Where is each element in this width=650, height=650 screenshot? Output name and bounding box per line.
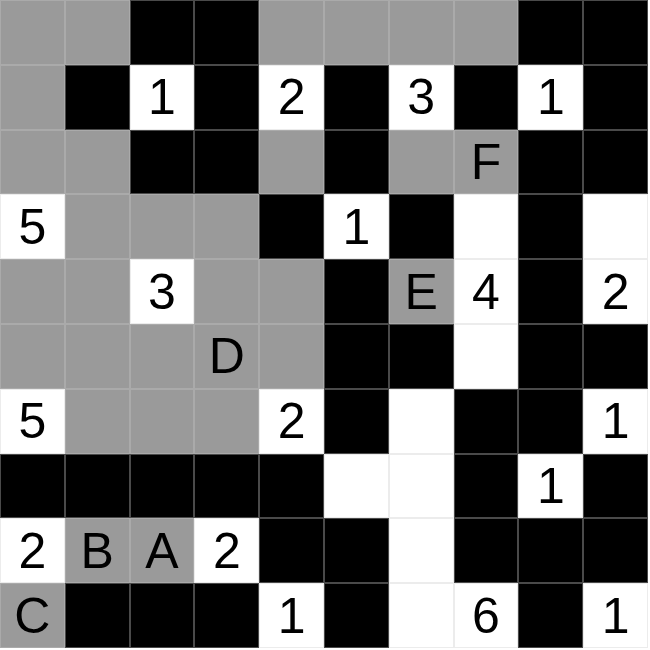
cell-r3-c0[interactable]: 5 (0, 194, 65, 259)
number-clue-label: 1 (537, 72, 565, 122)
number-clue-label: 2 (18, 526, 46, 576)
cell-r2-c8[interactable] (518, 130, 583, 195)
cell-r3-c2[interactable] (130, 194, 195, 259)
cell-r1-c7[interactable] (454, 65, 519, 130)
cell-r2-c3[interactable] (194, 130, 259, 195)
cell-r1-c3[interactable] (194, 65, 259, 130)
cell-r8-c9[interactable] (583, 518, 648, 583)
cell-r6-c9[interactable]: 1 (583, 389, 648, 454)
cell-r0-c2[interactable] (130, 0, 195, 65)
cell-r0-c5[interactable] (324, 0, 389, 65)
cell-r0-c4[interactable] (259, 0, 324, 65)
cell-r8-c4[interactable] (259, 518, 324, 583)
cell-r3-c8[interactable] (518, 194, 583, 259)
cell-r5-c4[interactable] (259, 324, 324, 389)
cell-r8-c2[interactable]: A (130, 518, 195, 583)
number-clue-label: 6 (472, 591, 500, 641)
cell-r8-c0[interactable]: 2 (0, 518, 65, 583)
letter-label: A (145, 526, 178, 576)
puzzle-board: 1231F513E42D52112BA2C161 (0, 0, 650, 650)
cell-r2-c4[interactable] (259, 130, 324, 195)
number-clue-label: 5 (18, 202, 46, 252)
cell-r4-c4[interactable] (259, 259, 324, 324)
cell-r7-c6[interactable] (389, 454, 454, 519)
cell-r6-c8[interactable] (518, 389, 583, 454)
number-clue-label: 3 (148, 267, 176, 317)
cell-r9-c8[interactable] (518, 583, 583, 648)
cell-r6-c0[interactable]: 5 (0, 389, 65, 454)
letter-label: F (471, 137, 502, 187)
cell-r9-c9[interactable]: 1 (583, 583, 648, 648)
cell-r1-c2[interactable]: 1 (130, 65, 195, 130)
letter-label: D (209, 331, 245, 381)
cell-r6-c7[interactable] (454, 389, 519, 454)
letter-label: C (14, 591, 50, 641)
cell-r6-c3[interactable] (194, 389, 259, 454)
cell-r3-c1[interactable] (65, 194, 130, 259)
cell-r1-c1[interactable] (65, 65, 130, 130)
cell-r7-c3[interactable] (194, 454, 259, 519)
cell-r9-c4[interactable]: 1 (259, 583, 324, 648)
cell-r9-c5[interactable] (324, 583, 389, 648)
cell-r5-c3[interactable]: D (194, 324, 259, 389)
number-clue-label: 1 (342, 202, 370, 252)
cell-r3-c9[interactable] (583, 194, 648, 259)
cell-r0-c6[interactable] (389, 0, 454, 65)
cell-r1-c4[interactable]: 2 (259, 65, 324, 130)
cell-r0-c0[interactable] (0, 0, 65, 65)
cell-r2-c9[interactable] (583, 130, 648, 195)
cell-r6-c5[interactable] (324, 389, 389, 454)
cell-r4-c5[interactable] (324, 259, 389, 324)
cell-r4-c3[interactable] (194, 259, 259, 324)
cell-r8-c1[interactable]: B (65, 518, 130, 583)
cell-r1-c0[interactable] (0, 65, 65, 130)
number-clue-label: 1 (602, 396, 630, 446)
cell-r8-c7[interactable] (454, 518, 519, 583)
cell-r5-c1[interactable] (65, 324, 130, 389)
cell-r2-c7[interactable]: F (454, 130, 519, 195)
cell-r8-c6[interactable] (389, 518, 454, 583)
cell-r4-c2[interactable]: 3 (130, 259, 195, 324)
cell-r3-c3[interactable] (194, 194, 259, 259)
cell-r5-c9[interactable] (583, 324, 648, 389)
cell-r6-c2[interactable] (130, 389, 195, 454)
letter-label: B (81, 526, 114, 576)
cell-r3-c4[interactable] (259, 194, 324, 259)
number-clue-label: 4 (472, 267, 500, 317)
cell-r6-c4[interactable]: 2 (259, 389, 324, 454)
number-clue-label: 1 (278, 591, 306, 641)
cell-r1-c5[interactable] (324, 65, 389, 130)
cell-r7-c5[interactable] (324, 454, 389, 519)
cell-r8-c5[interactable] (324, 518, 389, 583)
cell-r4-c7[interactable]: 4 (454, 259, 519, 324)
cell-r9-c7[interactable]: 6 (454, 583, 519, 648)
cell-r7-c7[interactable] (454, 454, 519, 519)
cell-r4-c8[interactable] (518, 259, 583, 324)
cell-r4-c1[interactable] (65, 259, 130, 324)
number-clue-label: 2 (278, 72, 306, 122)
cell-r7-c9[interactable] (583, 454, 648, 519)
cell-r5-c5[interactable] (324, 324, 389, 389)
cell-r0-c3[interactable] (194, 0, 259, 65)
cell-r7-c8[interactable]: 1 (518, 454, 583, 519)
cell-r8-c8[interactable] (518, 518, 583, 583)
cell-r1-c8[interactable]: 1 (518, 65, 583, 130)
cell-r0-c9[interactable] (583, 0, 648, 65)
cell-r2-c1[interactable] (65, 130, 130, 195)
cell-r3-c5[interactable]: 1 (324, 194, 389, 259)
cell-r3-c6[interactable] (389, 194, 454, 259)
cell-r1-c9[interactable] (583, 65, 648, 130)
number-clue-label: 3 (407, 72, 435, 122)
cell-r8-c3[interactable]: 2 (194, 518, 259, 583)
cell-r1-c6[interactable]: 3 (389, 65, 454, 130)
cell-r6-c1[interactable] (65, 389, 130, 454)
number-clue-label: 2 (213, 526, 241, 576)
cell-r5-c0[interactable] (0, 324, 65, 389)
cell-r7-c0[interactable] (0, 454, 65, 519)
cell-r0-c8[interactable] (518, 0, 583, 65)
cell-r2-c0[interactable] (0, 130, 65, 195)
cell-r2-c2[interactable] (130, 130, 195, 195)
cell-r7-c2[interactable] (130, 454, 195, 519)
cell-r5-c7[interactable] (454, 324, 519, 389)
cell-r3-c7[interactable] (454, 194, 519, 259)
number-clue-label: 1 (537, 461, 565, 511)
number-clue-label: 1 (148, 72, 176, 122)
cell-r5-c2[interactable] (130, 324, 195, 389)
cell-r5-c6[interactable] (389, 324, 454, 389)
letter-label: E (405, 267, 438, 317)
cell-r7-c4[interactable] (259, 454, 324, 519)
cell-r0-c7[interactable] (454, 0, 519, 65)
cell-r4-c0[interactable] (0, 259, 65, 324)
number-clue-label: 1 (602, 591, 630, 641)
cell-r5-c8[interactable] (518, 324, 583, 389)
cell-r9-c0[interactable]: C (0, 583, 65, 648)
cell-r6-c6[interactable] (389, 389, 454, 454)
cell-r4-c6[interactable]: E (389, 259, 454, 324)
cell-r0-c1[interactable] (65, 0, 130, 65)
number-clue-label: 2 (278, 396, 306, 446)
cell-r4-c9[interactable]: 2 (583, 259, 648, 324)
cell-r9-c3[interactable] (194, 583, 259, 648)
number-clue-label: 5 (18, 396, 46, 446)
cell-r2-c5[interactable] (324, 130, 389, 195)
number-clue-label: 2 (602, 267, 630, 317)
cell-r9-c2[interactable] (130, 583, 195, 648)
cell-r9-c6[interactable] (389, 583, 454, 648)
cell-r7-c1[interactable] (65, 454, 130, 519)
cell-r9-c1[interactable] (65, 583, 130, 648)
cell-r2-c6[interactable] (389, 130, 454, 195)
